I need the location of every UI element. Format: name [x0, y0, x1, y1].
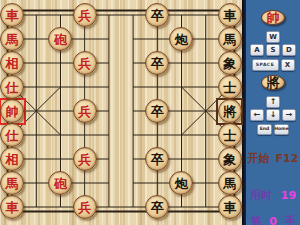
piece-black-advisor[interactable]: 士 [218, 75, 242, 99]
piece-red-advisor[interactable]: 仕 [0, 123, 24, 147]
piece-red-cannon[interactable]: 砲 [48, 27, 72, 51]
time-value: 19 [281, 189, 296, 202]
red-keys-row2: A S D [250, 44, 296, 56]
piece-black-pawn[interactable]: 卒 [145, 3, 169, 27]
key-arrow-right: → [282, 109, 296, 121]
start-key-label: F12 [276, 152, 299, 165]
piece-black-pawn[interactable]: 卒 [145, 147, 169, 171]
piece-red-pawn[interactable]: 兵 [73, 51, 97, 75]
black-keys-row2: ← ↓ → [250, 109, 296, 121]
piece-black-chariot[interactable]: 車 [218, 3, 242, 27]
piece-red-king[interactable]: 帥 [0, 99, 24, 123]
board-grid: 車馬相仕帥仕相馬車砲砲兵兵兵兵兵車馬象士將士象馬車炮炮卒卒卒卒卒 [0, 3, 242, 219]
piece-red-cannon[interactable]: 砲 [48, 171, 72, 195]
piece-red-horse[interactable]: 馬 [0, 171, 24, 195]
black-keys-row3: End Home [257, 124, 289, 135]
piece-black-cannon[interactable]: 炮 [169, 27, 193, 51]
piece-black-horse[interactable]: 馬 [218, 27, 242, 51]
piece-black-horse[interactable]: 馬 [218, 171, 242, 195]
piece-red-pawn[interactable]: 兵 [73, 147, 97, 171]
key-arrow-down: ↓ [266, 109, 280, 121]
piece-black-cannon[interactable]: 炮 [169, 171, 193, 195]
key-arrow-left: ← [250, 109, 264, 121]
move-counter: 第0手 [250, 214, 296, 225]
piece-red-elephant[interactable]: 相 [0, 51, 24, 75]
piece-black-pawn[interactable]: 卒 [145, 195, 169, 219]
xiangqi-board[interactable]: 車馬相仕帥仕相馬車砲砲兵兵兵兵兵車馬象士將士象馬車炮炮卒卒卒卒卒 [0, 0, 242, 225]
black-keys-row1: ↑ [266, 96, 280, 108]
key-arrow-up: ↑ [266, 96, 280, 108]
piece-black-elephant[interactable]: 象 [218, 147, 242, 171]
control-sidebar: 帥 W A S D SPACE X 將 ↑ ← ↓ → End Home 开始F… [246, 0, 300, 225]
move-number: 0 [269, 215, 277, 225]
piece-red-chariot[interactable]: 車 [0, 195, 24, 219]
key-x: X [281, 59, 295, 71]
piece-red-chariot[interactable]: 車 [0, 3, 24, 27]
piece-black-pawn[interactable]: 卒 [145, 99, 169, 123]
piece-black-pawn[interactable]: 卒 [145, 51, 169, 75]
piece-black-elephant[interactable]: 象 [218, 51, 242, 75]
piece-red-pawn[interactable]: 兵 [73, 3, 97, 27]
start-hint: 开始F12 [248, 151, 299, 166]
red-king-icon: 帥 [261, 10, 285, 25]
black-king-icon: 將 [261, 75, 285, 90]
key-d: D [282, 44, 296, 56]
key-home: Home [274, 124, 289, 135]
xiangqi-app: 車馬相仕帥仕相馬車砲砲兵兵兵兵兵車馬象士將士象馬車炮炮卒卒卒卒卒 帥 W A S… [0, 0, 300, 225]
key-a: A [250, 44, 264, 56]
move-suffix: 手 [285, 214, 296, 225]
piece-black-king[interactable]: 將 [218, 99, 242, 123]
piece-red-advisor[interactable]: 仕 [0, 75, 24, 99]
key-end: End [257, 124, 272, 135]
red-keys-row3: SPACE X [252, 59, 295, 71]
start-label: 开始 [248, 151, 270, 166]
piece-black-advisor[interactable]: 士 [218, 123, 242, 147]
key-w: W [266, 31, 280, 43]
piece-red-elephant[interactable]: 相 [0, 147, 24, 171]
time-label: 用时 [250, 188, 272, 203]
time-used: 用时19 [250, 188, 296, 203]
piece-red-horse[interactable]: 馬 [0, 27, 24, 51]
piece-red-pawn[interactable]: 兵 [73, 195, 97, 219]
red-keys-row1: W [266, 31, 280, 43]
piece-black-chariot[interactable]: 車 [218, 195, 242, 219]
move-prefix: 第 [250, 214, 261, 225]
key-s: S [266, 44, 280, 56]
piece-red-pawn[interactable]: 兵 [73, 99, 97, 123]
key-space: SPACE [252, 59, 279, 71]
